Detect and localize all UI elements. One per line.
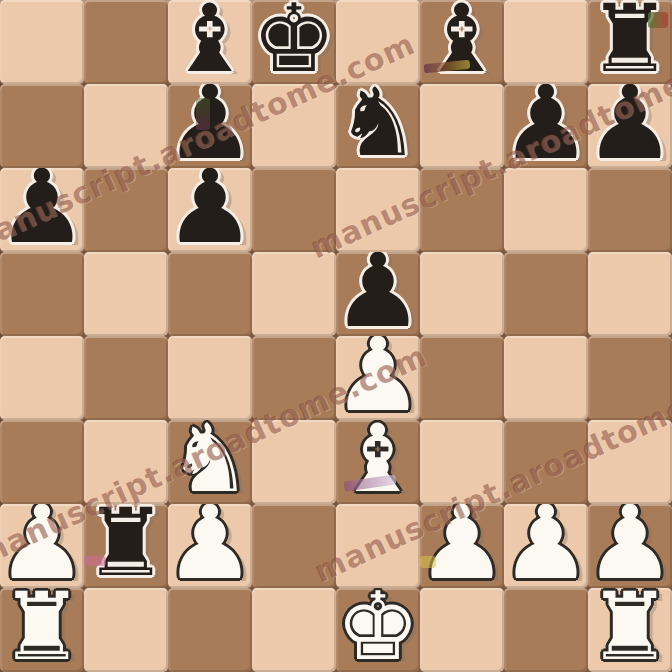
black-knight: ♞ xyxy=(336,81,420,165)
square-g8 xyxy=(504,0,588,84)
white-bishop: ♝ xyxy=(336,417,420,501)
square-a4 xyxy=(0,336,84,420)
square-b6 xyxy=(84,168,168,252)
square-g7: ♟ xyxy=(504,84,588,168)
square-a5 xyxy=(0,252,84,336)
white-pawn: ♟ xyxy=(0,501,84,585)
square-b5 xyxy=(84,252,168,336)
square-h6 xyxy=(588,168,672,252)
square-d8: ♚ xyxy=(252,0,336,84)
square-f1 xyxy=(420,588,504,672)
square-d5 xyxy=(252,252,336,336)
square-a8 xyxy=(0,0,84,84)
white-pawn: ♟ xyxy=(504,501,588,585)
square-e7: ♞ xyxy=(336,84,420,168)
square-g5 xyxy=(504,252,588,336)
square-a3 xyxy=(0,420,84,504)
square-c4 xyxy=(168,336,252,420)
square-d3 xyxy=(252,420,336,504)
square-f6 xyxy=(420,168,504,252)
black-pawn: ♟ xyxy=(168,165,252,249)
square-h8: ♜ xyxy=(588,0,672,84)
chess-board: manuscript.aroadtome.com manuscript.aroa… xyxy=(0,0,672,672)
square-c5 xyxy=(168,252,252,336)
square-f3 xyxy=(420,420,504,504)
square-h5 xyxy=(588,252,672,336)
black-pawn: ♟ xyxy=(168,81,252,165)
square-e1: ♚ xyxy=(336,588,420,672)
square-a1: ♜ xyxy=(0,588,84,672)
square-c3: ♞ xyxy=(168,420,252,504)
square-b2: ♜ xyxy=(84,504,168,588)
square-e8 xyxy=(336,0,420,84)
square-a7 xyxy=(0,84,84,168)
square-d6 xyxy=(252,168,336,252)
square-b7 xyxy=(84,84,168,168)
square-c8: ♝ xyxy=(168,0,252,84)
square-c1 xyxy=(168,588,252,672)
square-g2: ♟ xyxy=(504,504,588,588)
square-a2: ♟ xyxy=(0,504,84,588)
white-rook: ♜ xyxy=(588,585,672,669)
square-g6 xyxy=(504,168,588,252)
white-knight: ♞ xyxy=(168,417,252,501)
black-pawn: ♟ xyxy=(0,165,84,249)
square-e5: ♟ xyxy=(336,252,420,336)
square-c6: ♟ xyxy=(168,168,252,252)
black-rook: ♜ xyxy=(84,501,168,585)
square-a6: ♟ xyxy=(0,168,84,252)
black-rook: ♜ xyxy=(588,0,672,81)
square-c7: ♟ xyxy=(168,84,252,168)
square-f7 xyxy=(420,84,504,168)
white-rook: ♜ xyxy=(0,585,84,669)
square-h4 xyxy=(588,336,672,420)
black-bishop: ♝ xyxy=(420,0,504,81)
black-pawn: ♟ xyxy=(336,249,420,333)
square-b1 xyxy=(84,588,168,672)
square-b3 xyxy=(84,420,168,504)
square-h3 xyxy=(588,420,672,504)
square-e6 xyxy=(336,168,420,252)
square-b4 xyxy=(84,336,168,420)
square-b8 xyxy=(84,0,168,84)
black-pawn: ♟ xyxy=(588,81,672,165)
square-f8: ♝ xyxy=(420,0,504,84)
square-h7: ♟ xyxy=(588,84,672,168)
square-d4 xyxy=(252,336,336,420)
square-g3 xyxy=(504,420,588,504)
square-g4 xyxy=(504,336,588,420)
board-illustration: { "game": "chess", "position": { "fen": … xyxy=(0,0,672,672)
square-e4: ♟ xyxy=(336,336,420,420)
square-f4 xyxy=(420,336,504,420)
square-d1 xyxy=(252,588,336,672)
square-d2 xyxy=(252,504,336,588)
square-h2: ♟ xyxy=(588,504,672,588)
square-c2: ♟ xyxy=(168,504,252,588)
white-pawn: ♟ xyxy=(336,333,420,417)
square-g1 xyxy=(504,588,588,672)
white-pawn: ♟ xyxy=(420,501,504,585)
square-e3: ♝ xyxy=(336,420,420,504)
square-f2: ♟ xyxy=(420,504,504,588)
square-e2 xyxy=(336,504,420,588)
black-king: ♚ xyxy=(252,0,336,81)
square-f5 xyxy=(420,252,504,336)
white-pawn: ♟ xyxy=(168,501,252,585)
white-pawn: ♟ xyxy=(588,501,672,585)
square-d7 xyxy=(252,84,336,168)
square-h1: ♜ xyxy=(588,588,672,672)
white-king: ♚ xyxy=(336,585,420,669)
black-pawn: ♟ xyxy=(504,81,588,165)
black-bishop: ♝ xyxy=(168,0,252,81)
